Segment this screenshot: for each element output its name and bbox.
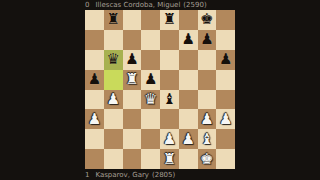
square-c1[interactable] <box>123 149 142 169</box>
square-h4[interactable] <box>216 90 235 110</box>
square-e4[interactable]: ♝ <box>160 90 179 110</box>
square-c4[interactable] <box>123 90 142 110</box>
square-f8[interactable] <box>179 10 198 30</box>
square-c7[interactable] <box>123 30 142 50</box>
square-a3[interactable]: ♟ <box>85 109 104 129</box>
square-d1[interactable] <box>141 149 160 169</box>
black-bishop: ♝ <box>163 92 176 107</box>
white-pawn: ♟ <box>219 112 232 127</box>
black-king: ♚ <box>200 12 213 27</box>
square-c6[interactable]: ♟ <box>123 50 142 70</box>
square-g7[interactable]: ♟ <box>198 30 217 50</box>
square-f6[interactable] <box>179 50 198 70</box>
square-a8[interactable] <box>85 10 104 30</box>
square-a1[interactable] <box>85 149 104 169</box>
white-pawn: ♟ <box>200 112 213 127</box>
square-g1[interactable]: ♚ <box>198 149 217 169</box>
square-b5[interactable] <box>104 70 123 90</box>
black-rook: ♜ <box>106 12 119 27</box>
square-e3[interactable] <box>160 109 179 129</box>
chess-board: ♜♜♚♟♟♛♟♟♟♜♟♟♛♝♟♟♟♟♟♝♜♚ <box>85 10 235 169</box>
square-f4[interactable] <box>179 90 198 110</box>
square-e2[interactable]: ♟ <box>160 129 179 149</box>
square-c2[interactable] <box>123 129 142 149</box>
square-h5[interactable] <box>216 70 235 90</box>
square-h3[interactable]: ♟ <box>216 109 235 129</box>
black-pawn: ♟ <box>144 72 157 87</box>
square-f3[interactable] <box>179 109 198 129</box>
square-a4[interactable] <box>85 90 104 110</box>
square-h2[interactable] <box>216 129 235 149</box>
top-player-name: Illescas Cordoba, Miguel <box>95 0 180 10</box>
square-d5[interactable]: ♟ <box>141 70 160 90</box>
chess-app-window: 0 Illescas Cordoba, Miguel (2590) ♜♜♚♟♟♛… <box>0 0 320 180</box>
square-g6[interactable] <box>198 50 217 70</box>
square-a7[interactable] <box>85 30 104 50</box>
black-queen: ♛ <box>106 52 119 67</box>
square-e6[interactable] <box>160 50 179 70</box>
square-d2[interactable] <box>141 129 160 149</box>
black-pawn: ♟ <box>200 32 213 47</box>
black-pawn: ♟ <box>88 72 101 87</box>
square-b4[interactable]: ♟ <box>104 90 123 110</box>
square-g4[interactable] <box>198 90 217 110</box>
square-d6[interactable] <box>141 50 160 70</box>
white-king: ♚ <box>200 152 213 167</box>
square-e7[interactable] <box>160 30 179 50</box>
white-pawn: ♟ <box>88 112 101 127</box>
square-c8[interactable] <box>123 10 142 30</box>
black-rook: ♜ <box>163 12 176 27</box>
black-pawn: ♟ <box>125 52 138 67</box>
white-pawn: ♟ <box>163 132 176 147</box>
square-e5[interactable] <box>160 70 179 90</box>
bottom-player-name: Kasparov, Gary <box>95 170 148 180</box>
square-g2[interactable]: ♝ <box>198 129 217 149</box>
square-f1[interactable] <box>179 149 198 169</box>
top-player-bar: 0 Illescas Cordoba, Miguel (2590) <box>85 0 235 10</box>
square-b3[interactable] <box>104 109 123 129</box>
square-e1[interactable]: ♜ <box>160 149 179 169</box>
top-player-score: 0 <box>85 0 89 10</box>
bottom-player-score: 1 <box>85 170 89 180</box>
square-a6[interactable] <box>85 50 104 70</box>
square-b2[interactable] <box>104 129 123 149</box>
square-h7[interactable] <box>216 30 235 50</box>
white-pawn: ♟ <box>106 92 119 107</box>
square-h8[interactable] <box>216 10 235 30</box>
square-b1[interactable] <box>104 149 123 169</box>
square-h6[interactable]: ♟ <box>216 50 235 70</box>
square-b6[interactable]: ♛ <box>104 50 123 70</box>
square-f2[interactable]: ♟ <box>179 129 198 149</box>
square-c3[interactable] <box>123 109 142 129</box>
square-g5[interactable] <box>198 70 217 90</box>
white-rook: ♜ <box>163 152 176 167</box>
square-d4[interactable]: ♛ <box>141 90 160 110</box>
black-pawn: ♟ <box>181 32 194 47</box>
square-f7[interactable]: ♟ <box>179 30 198 50</box>
square-g8[interactable]: ♚ <box>198 10 217 30</box>
square-c5[interactable]: ♜ <box>123 70 142 90</box>
square-a2[interactable] <box>85 129 104 149</box>
square-e8[interactable]: ♜ <box>160 10 179 30</box>
white-rook: ♜ <box>125 72 138 87</box>
top-player-rating: (2590) <box>183 0 206 10</box>
square-g3[interactable]: ♟ <box>198 109 217 129</box>
white-queen: ♛ <box>144 92 157 107</box>
square-d3[interactable] <box>141 109 160 129</box>
bottom-player-bar: 1 Kasparov, Gary (2805) <box>85 170 235 180</box>
square-h1[interactable] <box>216 149 235 169</box>
bottom-player-rating: (2805) <box>152 170 175 180</box>
black-pawn: ♟ <box>219 52 232 67</box>
square-a5[interactable]: ♟ <box>85 70 104 90</box>
square-b8[interactable]: ♜ <box>104 10 123 30</box>
square-d7[interactable] <box>141 30 160 50</box>
square-f5[interactable] <box>179 70 198 90</box>
square-d8[interactable] <box>141 10 160 30</box>
square-b7[interactable] <box>104 30 123 50</box>
white-pawn: ♟ <box>181 132 194 147</box>
white-bishop: ♝ <box>200 132 213 147</box>
